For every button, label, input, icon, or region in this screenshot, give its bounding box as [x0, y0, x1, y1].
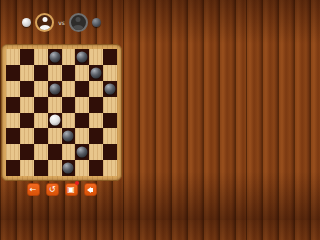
speaker-icon — [87, 187, 93, 193]
square-r2c8[interactable] — [103, 65, 117, 81]
square-r8c8[interactable] — [103, 160, 117, 176]
square-r3c7[interactable] — [89, 81, 103, 97]
black-player-avatar — [69, 13, 88, 32]
square-r4c8[interactable] — [103, 97, 117, 113]
vs-label: vs — [58, 19, 65, 26]
square-r1c1[interactable] — [6, 49, 20, 65]
square-r2c7[interactable] — [89, 65, 103, 81]
square-r8c5[interactable] — [62, 160, 76, 176]
black-checker[interactable] — [91, 67, 102, 78]
square-r4c2[interactable] — [20, 97, 34, 113]
back-button[interactable]: ← — [27, 183, 40, 196]
black-checker[interactable] — [77, 51, 88, 62]
square-r7c7[interactable] — [89, 144, 103, 160]
square-r7c2[interactable] — [20, 144, 34, 160]
square-r7c8[interactable] — [103, 144, 117, 160]
square-r4c3[interactable] — [34, 97, 48, 113]
square-r1c6[interactable] — [75, 49, 89, 65]
square-r1c5[interactable] — [62, 49, 76, 65]
square-r2c1[interactable] — [6, 65, 20, 81]
square-r8c3[interactable] — [34, 160, 48, 176]
square-r3c1[interactable] — [6, 81, 20, 97]
square-r1c2[interactable] — [20, 49, 34, 65]
square-r7c6[interactable] — [75, 144, 89, 160]
square-r3c2[interactable] — [20, 81, 34, 97]
square-r1c8[interactable] — [103, 49, 117, 65]
black-checker[interactable] — [63, 163, 74, 174]
square-r5c8[interactable] — [103, 113, 117, 129]
square-r2c2[interactable] — [20, 65, 34, 81]
board-grid — [6, 49, 117, 176]
white-player-avatar — [35, 13, 54, 32]
square-r6c4[interactable] — [48, 128, 62, 144]
chat-icon: ▣ — [67, 185, 75, 195]
square-r7c3[interactable] — [34, 144, 48, 160]
square-r2c3[interactable] — [34, 65, 48, 81]
back-icon: ← — [30, 185, 37, 195]
person-icon — [42, 17, 47, 22]
black-checker[interactable] — [49, 83, 60, 94]
square-r2c4[interactable] — [48, 65, 62, 81]
notification-badge — [75, 181, 79, 185]
square-r7c4[interactable] — [48, 144, 62, 160]
square-r2c5[interactable] — [62, 65, 76, 81]
person-icon — [76, 17, 81, 22]
square-r3c5[interactable] — [62, 81, 76, 97]
player-header: vs — [0, 0, 123, 44]
square-r6c3[interactable] — [34, 128, 48, 144]
square-r5c1[interactable] — [6, 113, 20, 129]
square-r5c5[interactable] — [62, 113, 76, 129]
square-r3c4[interactable] — [48, 81, 62, 97]
square-r4c7[interactable] — [89, 97, 103, 113]
white-checker-icon — [22, 18, 31, 27]
square-r1c4[interactable] — [48, 49, 62, 65]
checkers-board — [1, 44, 122, 181]
person-icon — [73, 25, 84, 32]
square-r4c4[interactable] — [48, 97, 62, 113]
square-r6c7[interactable] — [89, 128, 103, 144]
square-r3c8[interactable] — [103, 81, 117, 97]
undo-button[interactable]: ↺ — [46, 183, 59, 196]
square-r4c6[interactable] — [75, 97, 89, 113]
square-r8c1[interactable] — [6, 160, 20, 176]
square-r5c3[interactable] — [34, 113, 48, 129]
white-checker[interactable] — [49, 115, 60, 126]
square-r3c3[interactable] — [34, 81, 48, 97]
square-r5c2[interactable] — [20, 113, 34, 129]
square-r6c2[interactable] — [20, 128, 34, 144]
square-r1c7[interactable] — [89, 49, 103, 65]
square-r7c1[interactable] — [6, 144, 20, 160]
square-r2c6[interactable] — [75, 65, 89, 81]
square-r4c5[interactable] — [62, 97, 76, 113]
square-r8c7[interactable] — [89, 160, 103, 176]
black-checker[interactable] — [63, 131, 74, 142]
black-checker[interactable] — [49, 51, 60, 62]
black-checker[interactable] — [105, 83, 116, 94]
square-r4c1[interactable] — [6, 97, 20, 113]
square-r1c3[interactable] — [34, 49, 48, 65]
square-r6c8[interactable] — [103, 128, 117, 144]
square-r6c6[interactable] — [75, 128, 89, 144]
undo-icon: ↺ — [49, 185, 56, 195]
square-r8c4[interactable] — [48, 160, 62, 176]
square-r8c6[interactable] — [75, 160, 89, 176]
black-checker[interactable] — [77, 147, 88, 158]
square-r6c5[interactable] — [62, 128, 76, 144]
square-r5c6[interactable] — [75, 113, 89, 129]
person-icon — [39, 25, 50, 32]
square-r3c6[interactable] — [75, 81, 89, 97]
sound-button[interactable] — [84, 183, 97, 196]
square-r7c5[interactable] — [62, 144, 76, 160]
chat-button[interactable]: ▣ — [65, 183, 78, 196]
square-r6c1[interactable] — [6, 128, 20, 144]
square-r5c7[interactable] — [89, 113, 103, 129]
black-checker-icon — [92, 18, 101, 27]
checkers-app: { "game": "checkers", "window": { "width… — [0, 0, 123, 220]
toolbar: ←↺▣ — [0, 183, 123, 196]
square-r5c4[interactable] — [48, 113, 62, 129]
square-r8c2[interactable] — [20, 160, 34, 176]
